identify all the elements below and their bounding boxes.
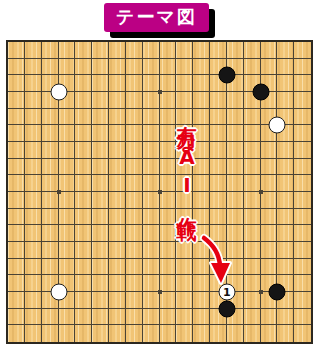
stone-white <box>50 284 67 301</box>
stone-white <box>269 117 286 134</box>
go-board: 1 <box>6 40 313 344</box>
stone-black <box>269 284 286 301</box>
diagram-title-label: テーマ図 <box>116 6 197 27</box>
star-point <box>259 290 263 294</box>
stone-white <box>50 84 67 101</box>
theme-diagram: テーマ図 1 有力なAI作戦 <box>0 0 318 346</box>
star-point <box>57 190 61 194</box>
star-point <box>259 190 263 194</box>
diagram-title: テーマ図 <box>104 3 209 32</box>
stone-black <box>252 84 269 101</box>
stone-black <box>218 300 235 317</box>
stone-white-move-1: 1 <box>218 284 235 301</box>
ai-strategy-label: 有力なAI作戦 <box>174 110 201 209</box>
star-point <box>158 90 162 94</box>
board-overlay: 1 <box>8 42 311 342</box>
star-point <box>158 290 162 294</box>
move-number-label: 1 <box>223 287 231 298</box>
stone-black <box>218 67 235 84</box>
star-point <box>158 190 162 194</box>
